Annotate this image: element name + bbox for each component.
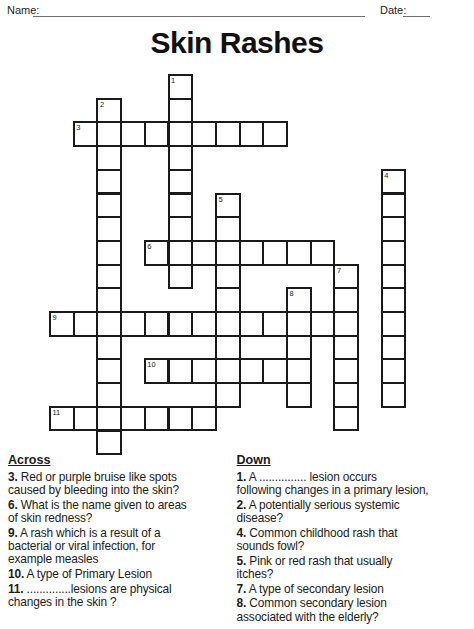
clue-number: 10. [8, 567, 24, 581]
grid-cell-r2c3[interactable] [120, 121, 146, 147]
grid-cell-r5c7[interactable]: 5 [215, 193, 241, 219]
grid-cell-r12c7[interactable] [215, 358, 241, 384]
grid-cell-r10c3[interactable] [120, 311, 146, 337]
grid-cell-r9c7[interactable] [215, 287, 241, 313]
across-clue-6: 6. What is the name given to areas of sk… [8, 499, 230, 525]
grid-cell-r10c12[interactable] [333, 311, 359, 337]
grid-cell-r12c8[interactable] [239, 358, 265, 384]
name-label: Name: [7, 4, 39, 16]
grid-cell-r12c2[interactable] [96, 358, 122, 384]
crossword-grid: 1234567891011 [49, 74, 407, 455]
across-clue-11: 11. ..............lesions are physical c… [8, 583, 230, 609]
grid-cell-r13c2[interactable] [96, 382, 122, 408]
name-fill-line[interactable] [33, 16, 365, 17]
clue-number: 11. [8, 582, 23, 596]
grid-cell-r14c2[interactable] [96, 406, 122, 432]
grid-cell-r14c1[interactable] [73, 406, 99, 432]
grid-cell-r7c10[interactable] [286, 240, 312, 266]
grid-cell-r8c5[interactable] [168, 264, 194, 290]
grid-cell-r1c5[interactable] [168, 98, 194, 124]
grid-cell-r0c5[interactable]: 1 [168, 74, 194, 100]
grid-cell-r14c12[interactable] [333, 406, 359, 432]
grid-cell-r12c5[interactable] [168, 358, 194, 384]
grid-cell-r15c2[interactable] [96, 430, 122, 456]
grid-cell-r9c14[interactable] [381, 287, 407, 313]
grid-cell-r10c5[interactable] [168, 311, 194, 337]
cell-number-2: 2 [100, 100, 104, 109]
cell-number-11: 11 [53, 408, 61, 417]
grid-cell-r10c10[interactable] [286, 311, 312, 337]
grid-cell-r7c9[interactable] [262, 240, 288, 266]
page-title: Skin Rashes [0, 26, 474, 60]
cell-number-4: 4 [384, 171, 388, 180]
across-header: Across [8, 453, 230, 467]
down-clues-list: 1. A ............... lesion occurs follo… [237, 471, 468, 624]
grid-cell-r7c5[interactable] [168, 240, 194, 266]
grid-cell-r2c4[interactable] [144, 121, 170, 147]
grid-cell-r7c7[interactable] [215, 240, 241, 266]
grid-cell-r11c2[interactable] [96, 335, 122, 361]
grid-cell-r6c2[interactable] [96, 216, 122, 242]
grid-cell-r10c14[interactable] [381, 311, 407, 337]
grid-cell-r6c7[interactable] [215, 216, 241, 242]
clue-number: 1. [237, 470, 247, 484]
grid-cell-r5c5[interactable] [168, 193, 194, 219]
grid-cell-r7c2[interactable] [96, 240, 122, 266]
grid-cell-r13c7[interactable] [215, 382, 241, 408]
cell-number-8: 8 [290, 289, 294, 298]
across-clue-3: 3. Red or purple bruise like spots cause… [8, 471, 230, 497]
down-clue-7: 7. A type of secondary lesion [237, 583, 468, 596]
grid-cell-r10c11[interactable] [310, 311, 336, 337]
clue-number: 3. [8, 470, 18, 484]
grid-cell-r7c6[interactable] [191, 240, 217, 266]
grid-cell-r2c6[interactable] [191, 121, 217, 147]
grid-cell-r2c7[interactable] [215, 121, 241, 147]
clue-number: 2. [237, 498, 247, 512]
grid-cell-r10c8[interactable] [239, 311, 265, 337]
grid-cell-r4c5[interactable] [168, 169, 194, 195]
grid-cell-r11c14[interactable] [381, 335, 407, 361]
clue-number: 6. [8, 498, 18, 512]
grid-cell-r13c12[interactable] [333, 382, 359, 408]
grid-cell-r10c1[interactable] [73, 311, 99, 337]
grid-cell-r8c14[interactable] [381, 264, 407, 290]
grid-cell-r10c7[interactable] [215, 311, 241, 337]
grid-cell-r14c5[interactable] [168, 406, 194, 432]
grid-cell-r3c2[interactable] [96, 145, 122, 171]
grid-cell-r10c9[interactable] [262, 311, 288, 337]
grid-cell-r7c4[interactable]: 6 [144, 240, 170, 266]
grid-cell-r5c2[interactable] [96, 193, 122, 219]
grid-cell-r2c2[interactable] [96, 121, 122, 147]
date-label: Date: [380, 4, 406, 16]
grid-cell-r12c12[interactable] [333, 358, 359, 384]
cell-number-9: 9 [53, 313, 57, 322]
date-fill-line[interactable] [403, 16, 430, 17]
cell-number-5: 5 [218, 195, 222, 204]
across-clue-9: 9. A rash which is a result of a bacteri… [8, 527, 230, 567]
across-clues-column: Across 3. Red or purple bruise like spot… [8, 453, 230, 625]
grid-cell-r7c8[interactable] [239, 240, 265, 266]
cell-number-10: 10 [147, 360, 155, 369]
cell-number-7: 7 [337, 266, 341, 275]
grid-cell-r5c14[interactable] [381, 193, 407, 219]
down-clue-4: 4. Common childhood rash that sounds fow… [237, 527, 468, 553]
grid-cell-r13c10[interactable] [286, 382, 312, 408]
clue-number: 7. [237, 582, 247, 596]
grid-cell-r10c0[interactable]: 9 [49, 311, 75, 337]
clue-number: 8. [237, 596, 247, 610]
grid-cell-r8c7[interactable] [215, 264, 241, 290]
grid-cell-r9c10[interactable]: 8 [286, 287, 312, 313]
grid-cell-r2c5[interactable] [168, 121, 194, 147]
grid-cell-r12c10[interactable] [286, 358, 312, 384]
grid-cell-r9c12[interactable] [333, 287, 359, 313]
grid-cell-r7c14[interactable] [381, 240, 407, 266]
clue-number: 9. [8, 526, 18, 540]
across-clues-list: 3. Red or purple bruise like spots cause… [8, 471, 230, 609]
grid-cell-r13c14[interactable] [381, 382, 407, 408]
cell-number-3: 3 [76, 123, 80, 132]
grid-cell-r9c2[interactable] [96, 287, 122, 313]
grid-cell-r2c8[interactable] [239, 121, 265, 147]
grid-cell-r11c12[interactable] [333, 335, 359, 361]
grid-cell-r3c5[interactable] [168, 145, 194, 171]
clue-number: 4. [237, 526, 247, 540]
worksheet-page: Name: Date: Skin Rashes 1234567891011 Ac… [0, 0, 474, 629]
grid-cell-r11c7[interactable] [215, 335, 241, 361]
down-clue-8: 8. Common secondary lesion associated wi… [237, 597, 468, 623]
grid-cell-r2c9[interactable] [262, 121, 288, 147]
grid-cell-r4c2[interactable] [96, 169, 122, 195]
grid-cell-r8c2[interactable] [96, 264, 122, 290]
grid-cell-r10c4[interactable] [144, 311, 170, 337]
grid-cell-r7c11[interactable] [310, 240, 336, 266]
grid-cell-r12c6[interactable] [191, 358, 217, 384]
grid-cell-r12c14[interactable] [381, 358, 407, 384]
grid-cell-r12c4[interactable]: 10 [144, 358, 170, 384]
down-clue-2: 2. A potentially serious systemic diseas… [237, 499, 468, 525]
clues-section: Across 3. Red or purple bruise like spot… [8, 453, 468, 625]
down-clue-5: 5. Pink or red rash that usually itches? [237, 555, 468, 581]
down-clue-1: 1. A ............... lesion occurs follo… [237, 471, 468, 497]
grid-cell-r6c14[interactable] [381, 216, 407, 242]
clue-number: 5. [237, 554, 247, 568]
grid-cell-r6c5[interactable] [168, 216, 194, 242]
grid-cell-r10c2[interactable] [96, 311, 122, 337]
grid-cell-r11c10[interactable] [286, 335, 312, 361]
grid-cell-r14c3[interactable] [120, 406, 146, 432]
grid-cell-r1c2[interactable]: 2 [96, 98, 122, 124]
grid-cell-r12c9[interactable] [262, 358, 288, 384]
down-header: Down [237, 453, 468, 467]
cell-number-6: 6 [147, 242, 151, 251]
grid-cell-r10c6[interactable] [191, 311, 217, 337]
grid-cell-r14c0[interactable]: 11 [49, 406, 75, 432]
cell-number-1: 1 [171, 76, 175, 85]
grid-cell-r2c1[interactable]: 3 [73, 121, 99, 147]
grid-cell-r4c14[interactable]: 4 [381, 169, 407, 195]
grid-cell-r8c12[interactable]: 7 [333, 264, 359, 290]
down-clues-column: Down 1. A ............... lesion occurs … [237, 453, 468, 625]
grid-cell-r14c6[interactable] [191, 406, 217, 432]
across-clue-10: 10. A type of Primary Lesion [8, 568, 230, 581]
grid-cell-r14c4[interactable] [144, 406, 170, 432]
